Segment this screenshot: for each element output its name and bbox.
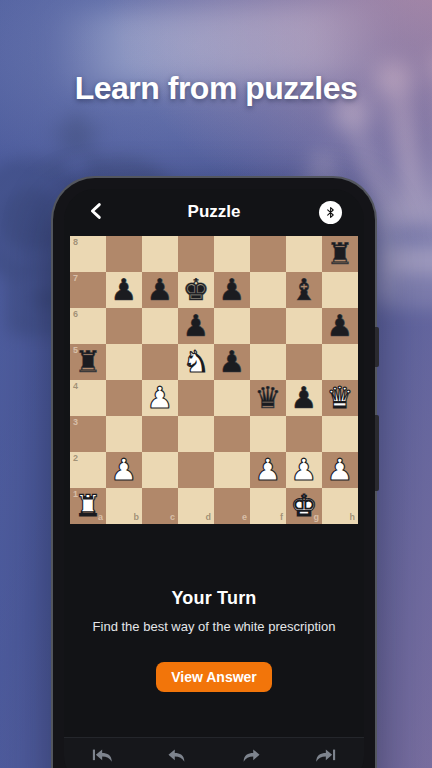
square-h8[interactable]: ♜ xyxy=(322,236,358,272)
square-f3[interactable] xyxy=(250,416,286,452)
square-d3[interactable] xyxy=(178,416,214,452)
square-g5[interactable] xyxy=(286,344,322,380)
file-label-d: d xyxy=(206,513,212,522)
file-label-b: b xyxy=(134,513,140,522)
square-g8[interactable] xyxy=(286,236,322,272)
square-f4[interactable]: ♛ xyxy=(250,380,286,416)
hero-background: ♚ ♝ ♟ ♛ Learn from puzzles Puzzle xyxy=(0,0,432,768)
square-f6[interactable] xyxy=(250,308,286,344)
back-button[interactable] xyxy=(86,200,108,225)
view-answer-button[interactable]: View Answer xyxy=(156,662,272,692)
file-label-h: h xyxy=(350,513,356,522)
piece-black-rook: ♜ xyxy=(70,344,106,380)
square-c6[interactable] xyxy=(142,308,178,344)
square-b5[interactable] xyxy=(106,344,142,380)
square-a6[interactable]: 6 xyxy=(70,308,106,344)
bluetooth-button[interactable] xyxy=(319,201,342,224)
turn-heading: Your Turn xyxy=(64,588,364,609)
piece-white-knight: ♞ xyxy=(178,344,214,380)
rank-label-4: 4 xyxy=(73,382,78,391)
square-b1[interactable]: b xyxy=(106,488,142,524)
square-a3[interactable]: 3 xyxy=(70,416,106,452)
redo-move-button[interactable] xyxy=(240,745,263,768)
square-d5[interactable]: ♞ xyxy=(178,344,214,380)
square-h5[interactable] xyxy=(322,344,358,380)
square-e2[interactable] xyxy=(214,452,250,488)
skip-to-start-icon xyxy=(90,756,113,768)
square-a7[interactable]: 7 xyxy=(70,272,106,308)
square-c3[interactable] xyxy=(142,416,178,452)
square-c4[interactable]: ♟ xyxy=(142,380,178,416)
rank-label-7: 7 xyxy=(73,274,78,283)
square-b4[interactable] xyxy=(106,380,142,416)
square-f8[interactable] xyxy=(250,236,286,272)
square-c1[interactable]: c xyxy=(142,488,178,524)
undo-icon xyxy=(165,756,188,768)
piece-black-pawn: ♟ xyxy=(106,272,142,308)
square-h7[interactable] xyxy=(322,272,358,308)
square-g3[interactable] xyxy=(286,416,322,452)
piece-black-rook: ♜ xyxy=(322,236,358,272)
square-d2[interactable] xyxy=(178,452,214,488)
piece-white-rook: ♜ xyxy=(70,488,106,524)
square-d1[interactable]: d xyxy=(178,488,214,524)
piece-white-pawn: ♟ xyxy=(286,452,322,488)
app-screen: Puzzle 8♜7♟♟♚♟♝6♟♟5♜♞♟4♟♛♟♛32♟♟♟♟1a♜bcde… xyxy=(64,189,364,768)
square-h4[interactable]: ♛ xyxy=(322,380,358,416)
piece-white-king: ♚ xyxy=(286,488,322,524)
first-move-button[interactable] xyxy=(90,745,113,768)
volume-button xyxy=(375,327,379,367)
square-h2[interactable]: ♟ xyxy=(322,452,358,488)
square-b8[interactable] xyxy=(106,236,142,272)
piece-black-bishop: ♝ xyxy=(286,272,322,308)
square-a2[interactable]: 2 xyxy=(70,452,106,488)
square-f7[interactable] xyxy=(250,272,286,308)
piece-black-queen: ♛ xyxy=(250,380,286,416)
last-move-button[interactable] xyxy=(315,745,338,768)
file-label-c: c xyxy=(170,513,175,522)
redo-icon xyxy=(240,756,263,768)
square-g6[interactable] xyxy=(286,308,322,344)
turn-subtitle: Find the best way of the white prescript… xyxy=(64,619,364,634)
square-e7[interactable]: ♟ xyxy=(214,272,250,308)
piece-white-pawn: ♟ xyxy=(322,452,358,488)
power-button xyxy=(375,415,379,491)
piece-black-king: ♚ xyxy=(178,272,214,308)
square-e4[interactable] xyxy=(214,380,250,416)
square-h6[interactable]: ♟ xyxy=(322,308,358,344)
square-g2[interactable]: ♟ xyxy=(286,452,322,488)
square-b7[interactable]: ♟ xyxy=(106,272,142,308)
square-e6[interactable] xyxy=(214,308,250,344)
piece-white-pawn: ♟ xyxy=(142,380,178,416)
piece-black-pawn: ♟ xyxy=(178,308,214,344)
move-navigation xyxy=(64,737,364,768)
piece-black-pawn: ♟ xyxy=(214,272,250,308)
rank-label-3: 3 xyxy=(73,418,78,427)
square-c8[interactable] xyxy=(142,236,178,272)
square-b6[interactable] xyxy=(106,308,142,344)
square-d8[interactable] xyxy=(178,236,214,272)
square-f5[interactable] xyxy=(250,344,286,380)
square-e3[interactable] xyxy=(214,416,250,452)
square-e5[interactable]: ♟ xyxy=(214,344,250,380)
app-header: Puzzle xyxy=(64,189,364,235)
rank-label-2: 2 xyxy=(73,454,78,463)
square-d6[interactable]: ♟ xyxy=(178,308,214,344)
square-e1[interactable]: e xyxy=(214,488,250,524)
square-e8[interactable] xyxy=(214,236,250,272)
square-d4[interactable] xyxy=(178,380,214,416)
square-a5[interactable]: 5♜ xyxy=(70,344,106,380)
piece-black-pawn: ♟ xyxy=(142,272,178,308)
piece-white-pawn: ♟ xyxy=(250,452,286,488)
square-h3[interactable] xyxy=(322,416,358,452)
rank-label-8: 8 xyxy=(73,238,78,247)
square-b3[interactable] xyxy=(106,416,142,452)
bluetooth-icon xyxy=(319,201,342,224)
square-c7[interactable]: ♟ xyxy=(142,272,178,308)
piece-white-pawn: ♟ xyxy=(106,452,142,488)
phone-mockup: Puzzle 8♜7♟♟♚♟♝6♟♟5♜♞♟4♟♛♟♛32♟♟♟♟1a♜bcde… xyxy=(53,178,375,768)
square-g7[interactable]: ♝ xyxy=(286,272,322,308)
square-a4[interactable]: 4 xyxy=(70,380,106,416)
undo-move-button[interactable] xyxy=(165,745,188,768)
skip-to-end-icon xyxy=(315,756,338,768)
chess-board: 8♜7♟♟♚♟♝6♟♟5♜♞♟4♟♛♟♛32♟♟♟♟1a♜bcdefg♚h xyxy=(70,236,358,524)
rank-label-6: 6 xyxy=(73,310,78,319)
file-label-e: e xyxy=(242,513,247,522)
square-g4[interactable]: ♟ xyxy=(286,380,322,416)
piece-black-pawn: ♟ xyxy=(214,344,250,380)
square-c5[interactable] xyxy=(142,344,178,380)
back-chevron-icon xyxy=(86,200,108,225)
square-h1[interactable]: h xyxy=(322,488,358,524)
square-f1[interactable]: f xyxy=(250,488,286,524)
square-f2[interactable]: ♟ xyxy=(250,452,286,488)
piece-white-queen: ♛ xyxy=(322,380,358,416)
square-d7[interactable]: ♚ xyxy=(178,272,214,308)
file-label-f: f xyxy=(280,513,283,522)
square-a8[interactable]: 8 xyxy=(70,236,106,272)
square-a1[interactable]: 1a♜ xyxy=(70,488,106,524)
puzzle-status: Your Turn Find the best way of the white… xyxy=(64,524,364,737)
square-g1[interactable]: g♚ xyxy=(286,488,322,524)
square-c2[interactable] xyxy=(142,452,178,488)
square-b2[interactable]: ♟ xyxy=(106,452,142,488)
hero-title: Learn from puzzles xyxy=(0,70,432,107)
piece-black-pawn: ♟ xyxy=(322,308,358,344)
piece-black-pawn: ♟ xyxy=(286,380,322,416)
